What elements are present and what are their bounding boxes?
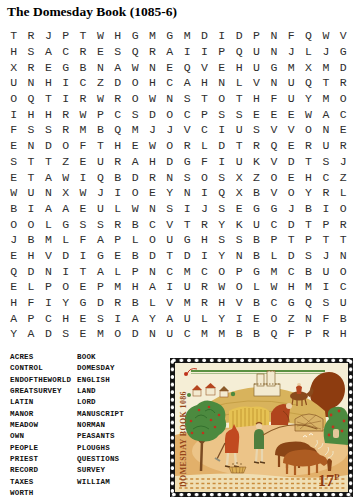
grid-cell: O bbox=[109, 326, 126, 342]
grid-cell: O bbox=[144, 232, 161, 248]
grid-cell: Q bbox=[300, 28, 317, 44]
grid-cell: G bbox=[92, 248, 109, 264]
grid-cell: X bbox=[230, 185, 247, 201]
grid-cell: P bbox=[57, 28, 74, 44]
grid-cell: H bbox=[300, 169, 317, 185]
grid-cell: B bbox=[248, 326, 265, 342]
grid-cell: S bbox=[5, 154, 22, 170]
grid-cell: R bbox=[109, 91, 126, 107]
stamp-caption: DOMESDAY BOOK 1086 bbox=[180, 391, 188, 487]
grid-cell: L bbox=[144, 295, 161, 311]
word-list-item: ENGLISH bbox=[77, 375, 124, 386]
grid-cell: E bbox=[74, 154, 91, 170]
grid-cell: I bbox=[5, 106, 22, 122]
grid-cell: G bbox=[283, 295, 300, 311]
word-list-item: ENDOFTHEWORLD bbox=[10, 375, 71, 386]
grid-cell: Z bbox=[335, 169, 352, 185]
grid-cell: W bbox=[126, 59, 143, 75]
grid-cell: I bbox=[213, 28, 230, 44]
grid-cell: L bbox=[57, 232, 74, 248]
grid-cell: S bbox=[126, 106, 143, 122]
grid-cell: C bbox=[161, 75, 178, 91]
word-list-item: WORTH bbox=[10, 488, 71, 499]
grid-cell: H bbox=[144, 75, 161, 91]
grid-cell: P bbox=[92, 106, 109, 122]
grid-cell: G bbox=[161, 28, 178, 44]
grid-cell: M bbox=[300, 279, 317, 295]
grid-cell: U bbox=[283, 91, 300, 107]
grid-cell: E bbox=[126, 138, 143, 154]
grid-cell: U bbox=[230, 122, 247, 138]
grid-cell: J bbox=[5, 232, 22, 248]
grid-cell: Y bbox=[144, 310, 161, 326]
grid-cell: I bbox=[196, 185, 213, 201]
word-list-item: MEADOW bbox=[10, 420, 71, 431]
grid-cell: L bbox=[196, 138, 213, 154]
stamp-perforation-bottom bbox=[170, 492, 353, 497]
grid-cell: E bbox=[74, 201, 91, 217]
grid-cell: M bbox=[317, 91, 334, 107]
grid-cell: C bbox=[144, 216, 161, 232]
grid-cell: D bbox=[126, 326, 143, 342]
grid-cell: G bbox=[248, 263, 265, 279]
grid-cell: B bbox=[300, 201, 317, 217]
grid-cell: H bbox=[40, 75, 57, 91]
grid-cell: C bbox=[196, 122, 213, 138]
grid-cell: R bbox=[22, 28, 39, 44]
grid-cell: S bbox=[213, 169, 230, 185]
grid-cell: H bbox=[335, 326, 352, 342]
grid-cell: Y bbox=[213, 310, 230, 326]
grid-cell: N bbox=[92, 59, 109, 75]
grid-cell: Q bbox=[178, 59, 195, 75]
grid-cell: I bbox=[22, 201, 39, 217]
grid-cell: C bbox=[178, 326, 195, 342]
grid-cell: J bbox=[196, 201, 213, 217]
grid-cell: L bbox=[109, 263, 126, 279]
grid-cell: F bbox=[317, 310, 334, 326]
grid-cell: E bbox=[92, 44, 109, 60]
grid-cell: I bbox=[74, 169, 91, 185]
grid-cell: D bbox=[196, 28, 213, 44]
worksheet-page: The Domesday Book (1085-6) TRJPTWHGMGMDI… bbox=[0, 0, 354, 500]
grid-cell: D bbox=[213, 138, 230, 154]
grid-cell: Q bbox=[265, 138, 282, 154]
grid-cell: U bbox=[248, 44, 265, 60]
grid-cell: F bbox=[74, 232, 91, 248]
grid-cell: R bbox=[300, 138, 317, 154]
grid-cell: A bbox=[40, 201, 57, 217]
grid-cell: C bbox=[283, 263, 300, 279]
grid-cell: Q bbox=[213, 185, 230, 201]
grid-cell: B bbox=[300, 263, 317, 279]
grid-cell: C bbox=[161, 263, 178, 279]
grid-cell: J bbox=[92, 185, 109, 201]
grid-cell: Y bbox=[57, 295, 74, 311]
grid-cell: I bbox=[196, 248, 213, 264]
grid-cell: M bbox=[196, 326, 213, 342]
grid-cell: W bbox=[92, 91, 109, 107]
word-list-item: PRIEST bbox=[10, 454, 71, 465]
grid-cell: A bbox=[57, 201, 74, 217]
grid-cell: N bbox=[40, 185, 57, 201]
grid-cell: L bbox=[40, 216, 57, 232]
grid-cell: M bbox=[213, 326, 230, 342]
word-list-column-1: ACRESCONTROLENDOFTHEWORLDGREATSURVEYLATI… bbox=[10, 352, 71, 499]
word-list-item: PEASANTS bbox=[77, 431, 124, 442]
grid-cell: A bbox=[40, 44, 57, 60]
grid-cell: W bbox=[300, 106, 317, 122]
word-list-item: MANUSCRIPT bbox=[77, 409, 124, 420]
word-list-item: LAND bbox=[77, 386, 124, 397]
grid-cell: A bbox=[126, 310, 143, 326]
grid-cell: T bbox=[40, 154, 57, 170]
grid-cell: P bbox=[300, 326, 317, 342]
grid-cell: R bbox=[335, 216, 352, 232]
grid-cell: A bbox=[178, 75, 195, 91]
grid-cell: N bbox=[161, 169, 178, 185]
grid-cell: X bbox=[57, 185, 74, 201]
grid-cell: C bbox=[265, 216, 282, 232]
word-list-item: SURVEY bbox=[77, 465, 124, 476]
grid-cell: B bbox=[5, 201, 22, 217]
grid-cell: O bbox=[335, 91, 352, 107]
grid-cell: C bbox=[196, 263, 213, 279]
grid-cell: U bbox=[248, 216, 265, 232]
stamp-artwork: DOMESDAY BOOK 1086 17P bbox=[175, 363, 348, 492]
grid-cell: T bbox=[300, 216, 317, 232]
grid-cell: E bbox=[5, 279, 22, 295]
grid-cell: N bbox=[265, 28, 282, 44]
grid-cell: O bbox=[213, 263, 230, 279]
grid-cell: T bbox=[178, 216, 195, 232]
grid-cell: I bbox=[161, 279, 178, 295]
grid-cell: T bbox=[317, 232, 334, 248]
grid-cell: V bbox=[335, 28, 352, 44]
grid-cell: S bbox=[22, 44, 39, 60]
grid-cell: E bbox=[5, 138, 22, 154]
grid-cell: O bbox=[213, 91, 230, 107]
grid-cell: P bbox=[265, 232, 282, 248]
grid-cell: M bbox=[40, 232, 57, 248]
grid-cell: A bbox=[109, 59, 126, 75]
grid-cell: I bbox=[178, 201, 195, 217]
grid-cell: M bbox=[317, 59, 334, 75]
grid-cell: U bbox=[230, 154, 247, 170]
grid-cell: O bbox=[265, 169, 282, 185]
grid-cell: R bbox=[317, 326, 334, 342]
grid-cell: Q bbox=[230, 44, 247, 60]
grid-cell: E bbox=[248, 310, 265, 326]
grid-cell: H bbox=[22, 106, 39, 122]
grid-cell: G bbox=[335, 44, 352, 60]
grid-cell: S bbox=[178, 91, 195, 107]
grid-cell: D bbox=[40, 326, 57, 342]
grid-cell: H bbox=[230, 59, 247, 75]
grid-cell: P bbox=[230, 263, 247, 279]
grid-cell: V bbox=[161, 295, 178, 311]
grid-cell: E bbox=[109, 248, 126, 264]
grid-cell: J bbox=[144, 122, 161, 138]
grid-cell: L bbox=[22, 279, 39, 295]
grid-cell: B bbox=[22, 232, 39, 248]
grid-cell: F bbox=[283, 28, 300, 44]
grid-cell: B bbox=[248, 232, 265, 248]
grid-cell: V bbox=[248, 75, 265, 91]
grid-cell: N bbox=[144, 263, 161, 279]
grid-cell: M bbox=[178, 263, 195, 279]
grid-cell: E bbox=[74, 310, 91, 326]
grid-cell: U bbox=[335, 295, 352, 311]
grid-cell: D bbox=[230, 28, 247, 44]
grid-cell: D bbox=[161, 154, 178, 170]
grid-cell: O bbox=[5, 91, 22, 107]
grid-cell: Q bbox=[92, 169, 109, 185]
grid-cell: S bbox=[22, 122, 39, 138]
grid-cell: A bbox=[40, 169, 57, 185]
grid-cell: U bbox=[178, 310, 195, 326]
grid-cell: W bbox=[144, 138, 161, 154]
grid-cell: S bbox=[92, 216, 109, 232]
grid-cell: U bbox=[178, 279, 195, 295]
grid-cell: H bbox=[5, 295, 22, 311]
grid-cell: N bbox=[22, 138, 39, 154]
grid-cell: I bbox=[74, 248, 91, 264]
grid-cell: D bbox=[283, 248, 300, 264]
word-list-item: CONTROL bbox=[10, 363, 71, 374]
word-list-item: QUESTIONS bbox=[77, 454, 124, 465]
grid-cell: H bbox=[40, 106, 57, 122]
grid-cell: Y bbox=[5, 326, 22, 342]
grid-cell: N bbox=[300, 310, 317, 326]
grid-cell: K bbox=[248, 154, 265, 170]
grid-cell: U bbox=[22, 185, 39, 201]
grid-cell: I bbox=[230, 310, 247, 326]
grid-cell: E bbox=[161, 59, 178, 75]
grid-cell: U bbox=[5, 75, 22, 91]
grid-cell: W bbox=[317, 28, 334, 44]
grid-cell: H bbox=[5, 44, 22, 60]
grid-cell: B bbox=[74, 59, 91, 75]
grid-cell: O bbox=[335, 263, 352, 279]
grid-cell: W bbox=[5, 185, 22, 201]
grid-cell: U bbox=[283, 75, 300, 91]
grid-cell: U bbox=[248, 59, 265, 75]
grid-cell: Q bbox=[126, 44, 143, 60]
grid-cell: V bbox=[178, 122, 195, 138]
grid-cell: C bbox=[317, 169, 334, 185]
grid-cell: D bbox=[57, 248, 74, 264]
grid-cell: N bbox=[213, 75, 230, 91]
grid-cell: N bbox=[230, 248, 247, 264]
grid-cell: R bbox=[248, 138, 265, 154]
grid-cell: X bbox=[300, 59, 317, 75]
stamp-perforation-right bbox=[348, 358, 353, 497]
grid-cell: Q bbox=[300, 295, 317, 311]
word-list-item: LORD bbox=[77, 397, 124, 408]
grid-cell: S bbox=[178, 169, 195, 185]
grid-cell: J bbox=[335, 154, 352, 170]
grid-cell: S bbox=[57, 326, 74, 342]
grid-cell: R bbox=[335, 138, 352, 154]
grid-cell: F bbox=[5, 122, 22, 138]
grid-cell: Z bbox=[283, 310, 300, 326]
grid-cell: L bbox=[265, 248, 282, 264]
word-search-grid: TRJPTWHGMGMDIDPNFQWVHSACRESQRAIIPQUNJLJG… bbox=[5, 28, 352, 342]
grid-cell: Q bbox=[300, 75, 317, 91]
grid-cell: F bbox=[74, 138, 91, 154]
grid-cell: W bbox=[74, 106, 91, 122]
grid-cell: S bbox=[213, 201, 230, 217]
grid-cell: N bbox=[144, 201, 161, 217]
grid-cell: R bbox=[57, 122, 74, 138]
grid-cell: W bbox=[126, 201, 143, 217]
grid-cell: R bbox=[196, 279, 213, 295]
grid-cell: B bbox=[248, 248, 265, 264]
grid-cell: H bbox=[57, 310, 74, 326]
grid-cell: E bbox=[40, 59, 57, 75]
grid-cell: X bbox=[5, 59, 22, 75]
grid-cell: Z bbox=[57, 154, 74, 170]
grid-cell: S bbox=[230, 232, 247, 248]
grid-cell: T bbox=[5, 28, 22, 44]
grid-cell: R bbox=[178, 138, 195, 154]
grid-cell: B bbox=[335, 310, 352, 326]
grid-cell: G bbox=[248, 201, 265, 217]
grid-cell: D bbox=[109, 75, 126, 91]
grid-cell: H bbox=[126, 279, 143, 295]
grid-cell: E bbox=[144, 185, 161, 201]
grid-cell: O bbox=[335, 201, 352, 217]
grid-cell: C bbox=[335, 106, 352, 122]
grid-cell: Y bbox=[300, 185, 317, 201]
grid-cell: D bbox=[22, 263, 39, 279]
grid-cell: M bbox=[144, 28, 161, 44]
grid-cell: E bbox=[74, 279, 91, 295]
grid-cell: R bbox=[144, 44, 161, 60]
grid-cell: O bbox=[5, 216, 22, 232]
grid-cell: N bbox=[144, 326, 161, 342]
grid-cell: E bbox=[74, 326, 91, 342]
word-list-item: DOMESDAY bbox=[77, 363, 124, 374]
grid-cell: B bbox=[248, 295, 265, 311]
grid-cell: B bbox=[109, 169, 126, 185]
grid-cell: T bbox=[74, 263, 91, 279]
grid-cell: Y bbox=[213, 216, 230, 232]
grid-cell: E bbox=[5, 248, 22, 264]
word-list-item: PLOUGHS bbox=[77, 443, 124, 454]
grid-cell: H bbox=[283, 279, 300, 295]
grid-cell: S bbox=[109, 44, 126, 60]
grid-cell: O bbox=[126, 91, 143, 107]
grid-cell: M bbox=[178, 28, 195, 44]
grid-cell: T bbox=[335, 232, 352, 248]
grid-cell: R bbox=[22, 59, 39, 75]
grid-cell: W bbox=[57, 169, 74, 185]
grid-cell: P bbox=[300, 232, 317, 248]
grid-cell: S bbox=[161, 201, 178, 217]
grid-cell: A bbox=[161, 310, 178, 326]
grid-cell: J bbox=[317, 44, 334, 60]
grid-cell: C bbox=[40, 310, 57, 326]
grid-cell: K bbox=[230, 216, 247, 232]
word-list-item: ACRES bbox=[10, 352, 71, 363]
grid-cell: O bbox=[265, 310, 282, 326]
grid-cell: M bbox=[283, 59, 300, 75]
grid-cell: E bbox=[265, 106, 282, 122]
grid-cell: H bbox=[213, 295, 230, 311]
grid-cell: R bbox=[74, 91, 91, 107]
grid-cell: C bbox=[109, 106, 126, 122]
grid-cell: D bbox=[144, 248, 161, 264]
grid-cell: F bbox=[196, 154, 213, 170]
grid-cell: S bbox=[40, 122, 57, 138]
grid-cell: M bbox=[74, 122, 91, 138]
grid-cell: N bbox=[161, 91, 178, 107]
grid-cell: H bbox=[196, 75, 213, 91]
grid-cell: N bbox=[40, 263, 57, 279]
grid-cell: B bbox=[126, 295, 143, 311]
grid-cell: J bbox=[283, 44, 300, 60]
grid-cell: V bbox=[283, 122, 300, 138]
grid-cell: P bbox=[248, 28, 265, 44]
grid-cell: T bbox=[40, 91, 57, 107]
grid-cell: G bbox=[265, 201, 282, 217]
grid-cell: O bbox=[300, 122, 317, 138]
grid-cell: Z bbox=[92, 75, 109, 91]
grid-cell: A bbox=[126, 154, 143, 170]
grid-cell: P bbox=[40, 279, 57, 295]
grid-cell: E bbox=[248, 106, 265, 122]
grid-cell: L bbox=[300, 44, 317, 60]
grid-cell: Q bbox=[5, 263, 22, 279]
grid-cell: O bbox=[126, 185, 143, 201]
grid-cell: T bbox=[22, 154, 39, 170]
grid-cell: L bbox=[248, 279, 265, 295]
grid-cell: C bbox=[265, 295, 282, 311]
grid-cell: T bbox=[22, 169, 39, 185]
grid-cell: I bbox=[57, 263, 74, 279]
grid-cell: T bbox=[74, 28, 91, 44]
grid-cell: O bbox=[22, 216, 39, 232]
grid-cell: C bbox=[74, 75, 91, 91]
grid-cell: L bbox=[230, 75, 247, 91]
word-list-item: MANOR bbox=[10, 409, 71, 420]
grid-cell: R bbox=[74, 44, 91, 60]
grid-cell: R bbox=[196, 216, 213, 232]
grid-cell: V bbox=[265, 154, 282, 170]
grid-cell: P bbox=[317, 216, 334, 232]
grid-cell: P bbox=[196, 106, 213, 122]
grid-cell: D bbox=[40, 138, 57, 154]
grid-cell: V bbox=[40, 248, 57, 264]
grid-cell: M bbox=[92, 326, 109, 342]
grid-cell: R bbox=[144, 169, 161, 185]
grid-cell: R bbox=[109, 154, 126, 170]
grid-cell: R bbox=[335, 75, 352, 91]
grid-cell: S bbox=[317, 154, 334, 170]
grid-cell: I bbox=[57, 75, 74, 91]
grid-cell: U bbox=[92, 154, 109, 170]
grid-cell: A bbox=[5, 310, 22, 326]
grid-cell: Q bbox=[265, 326, 282, 342]
grid-cell: N bbox=[265, 44, 282, 60]
grid-cell: M bbox=[109, 279, 126, 295]
grid-cell: O bbox=[230, 279, 247, 295]
grid-cell: H bbox=[22, 248, 39, 264]
grid-cell: J bbox=[317, 248, 334, 264]
grid-cell: D bbox=[283, 154, 300, 170]
